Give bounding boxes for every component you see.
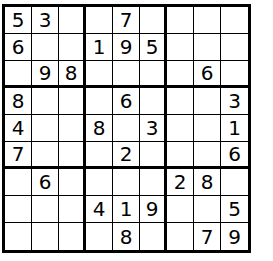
cell-r9c5[interactable]: 8 xyxy=(113,223,140,250)
cell-r5c4[interactable]: 8 xyxy=(86,115,113,142)
cell-r2c1[interactable]: 6 xyxy=(5,34,32,61)
cell-r9c4[interactable] xyxy=(86,223,113,250)
cell-r9c8[interactable]: 7 xyxy=(194,223,221,250)
cell-r3c4[interactable] xyxy=(86,61,113,88)
cell-r8c8[interactable] xyxy=(194,196,221,223)
cell-r1c8[interactable] xyxy=(194,7,221,34)
cell-r6c5[interactable]: 2 xyxy=(113,142,140,169)
cell-r1c3[interactable] xyxy=(59,7,86,34)
cell-r9c6[interactable] xyxy=(140,223,167,250)
cell-r4c3[interactable] xyxy=(59,88,86,115)
cell-r1c6[interactable] xyxy=(140,7,167,34)
cell-r7c6[interactable] xyxy=(140,169,167,196)
cell-r5c2[interactable] xyxy=(32,115,59,142)
cell-r7c3[interactable] xyxy=(59,169,86,196)
cell-r6c3[interactable] xyxy=(59,142,86,169)
cell-r8c7[interactable] xyxy=(167,196,194,223)
cell-r2c8[interactable] xyxy=(194,34,221,61)
cell-r2c7[interactable] xyxy=(167,34,194,61)
cell-r1c2[interactable]: 3 xyxy=(32,7,59,34)
cell-r2c9[interactable] xyxy=(221,34,248,61)
cell-r7c2[interactable]: 6 xyxy=(32,169,59,196)
cell-r9c9[interactable]: 9 xyxy=(221,223,248,250)
cell-r4c5[interactable]: 6 xyxy=(113,88,140,115)
cell-r6c2[interactable] xyxy=(32,142,59,169)
cell-r6c1[interactable]: 7 xyxy=(5,142,32,169)
cell-r4c1[interactable]: 8 xyxy=(5,88,32,115)
cell-r6c7[interactable] xyxy=(167,142,194,169)
cell-r4c6[interactable] xyxy=(140,88,167,115)
cell-r5c8[interactable] xyxy=(194,115,221,142)
cell-r5c3[interactable] xyxy=(59,115,86,142)
cell-r5c9[interactable]: 1 xyxy=(221,115,248,142)
cell-r3c8[interactable]: 6 xyxy=(194,61,221,88)
cell-r9c7[interactable] xyxy=(167,223,194,250)
cell-r7c7[interactable]: 2 xyxy=(167,169,194,196)
cell-r6c9[interactable]: 6 xyxy=(221,142,248,169)
cell-r4c9[interactable]: 3 xyxy=(221,88,248,115)
cell-r5c5[interactable] xyxy=(113,115,140,142)
cell-r8c1[interactable] xyxy=(5,196,32,223)
cell-r8c5[interactable]: 1 xyxy=(113,196,140,223)
cell-r8c6[interactable]: 9 xyxy=(140,196,167,223)
cell-r9c3[interactable] xyxy=(59,223,86,250)
cell-r3c3[interactable]: 8 xyxy=(59,61,86,88)
cell-r2c3[interactable] xyxy=(59,34,86,61)
cell-r2c4[interactable]: 1 xyxy=(86,34,113,61)
cell-r1c1[interactable]: 5 xyxy=(5,7,32,34)
cell-r8c4[interactable]: 4 xyxy=(86,196,113,223)
cell-r7c4[interactable] xyxy=(86,169,113,196)
cell-r3c5[interactable] xyxy=(113,61,140,88)
cell-r2c6[interactable]: 5 xyxy=(140,34,167,61)
cell-r7c5[interactable] xyxy=(113,169,140,196)
cell-r1c9[interactable] xyxy=(221,7,248,34)
cell-r1c5[interactable]: 7 xyxy=(113,7,140,34)
cell-r7c9[interactable] xyxy=(221,169,248,196)
sudoku-board: 537619598686348317266284195879 xyxy=(2,4,251,253)
cell-r9c2[interactable] xyxy=(32,223,59,250)
cell-r4c4[interactable] xyxy=(86,88,113,115)
cell-r6c4[interactable] xyxy=(86,142,113,169)
cell-r7c1[interactable] xyxy=(5,169,32,196)
cell-r7c8[interactable]: 8 xyxy=(194,169,221,196)
cell-r4c7[interactable] xyxy=(167,88,194,115)
sudoku-page: 537619598686348317266284195879 xyxy=(0,0,273,261)
cell-r2c2[interactable] xyxy=(32,34,59,61)
cell-r8c2[interactable] xyxy=(32,196,59,223)
cell-r3c7[interactable] xyxy=(167,61,194,88)
cell-r1c4[interactable] xyxy=(86,7,113,34)
cell-r3c1[interactable] xyxy=(5,61,32,88)
cell-r9c1[interactable] xyxy=(5,223,32,250)
cell-r3c6[interactable] xyxy=(140,61,167,88)
cell-r3c9[interactable] xyxy=(221,61,248,88)
cell-r8c3[interactable] xyxy=(59,196,86,223)
cell-r1c7[interactable] xyxy=(167,7,194,34)
cell-r5c1[interactable]: 4 xyxy=(5,115,32,142)
cell-r8c9[interactable]: 5 xyxy=(221,196,248,223)
cell-r5c7[interactable] xyxy=(167,115,194,142)
cell-r4c8[interactable] xyxy=(194,88,221,115)
cell-r6c6[interactable] xyxy=(140,142,167,169)
cell-r3c2[interactable]: 9 xyxy=(32,61,59,88)
cell-r5c6[interactable]: 3 xyxy=(140,115,167,142)
cell-r4c2[interactable] xyxy=(32,88,59,115)
cell-r2c5[interactable]: 9 xyxy=(113,34,140,61)
cell-r6c8[interactable] xyxy=(194,142,221,169)
